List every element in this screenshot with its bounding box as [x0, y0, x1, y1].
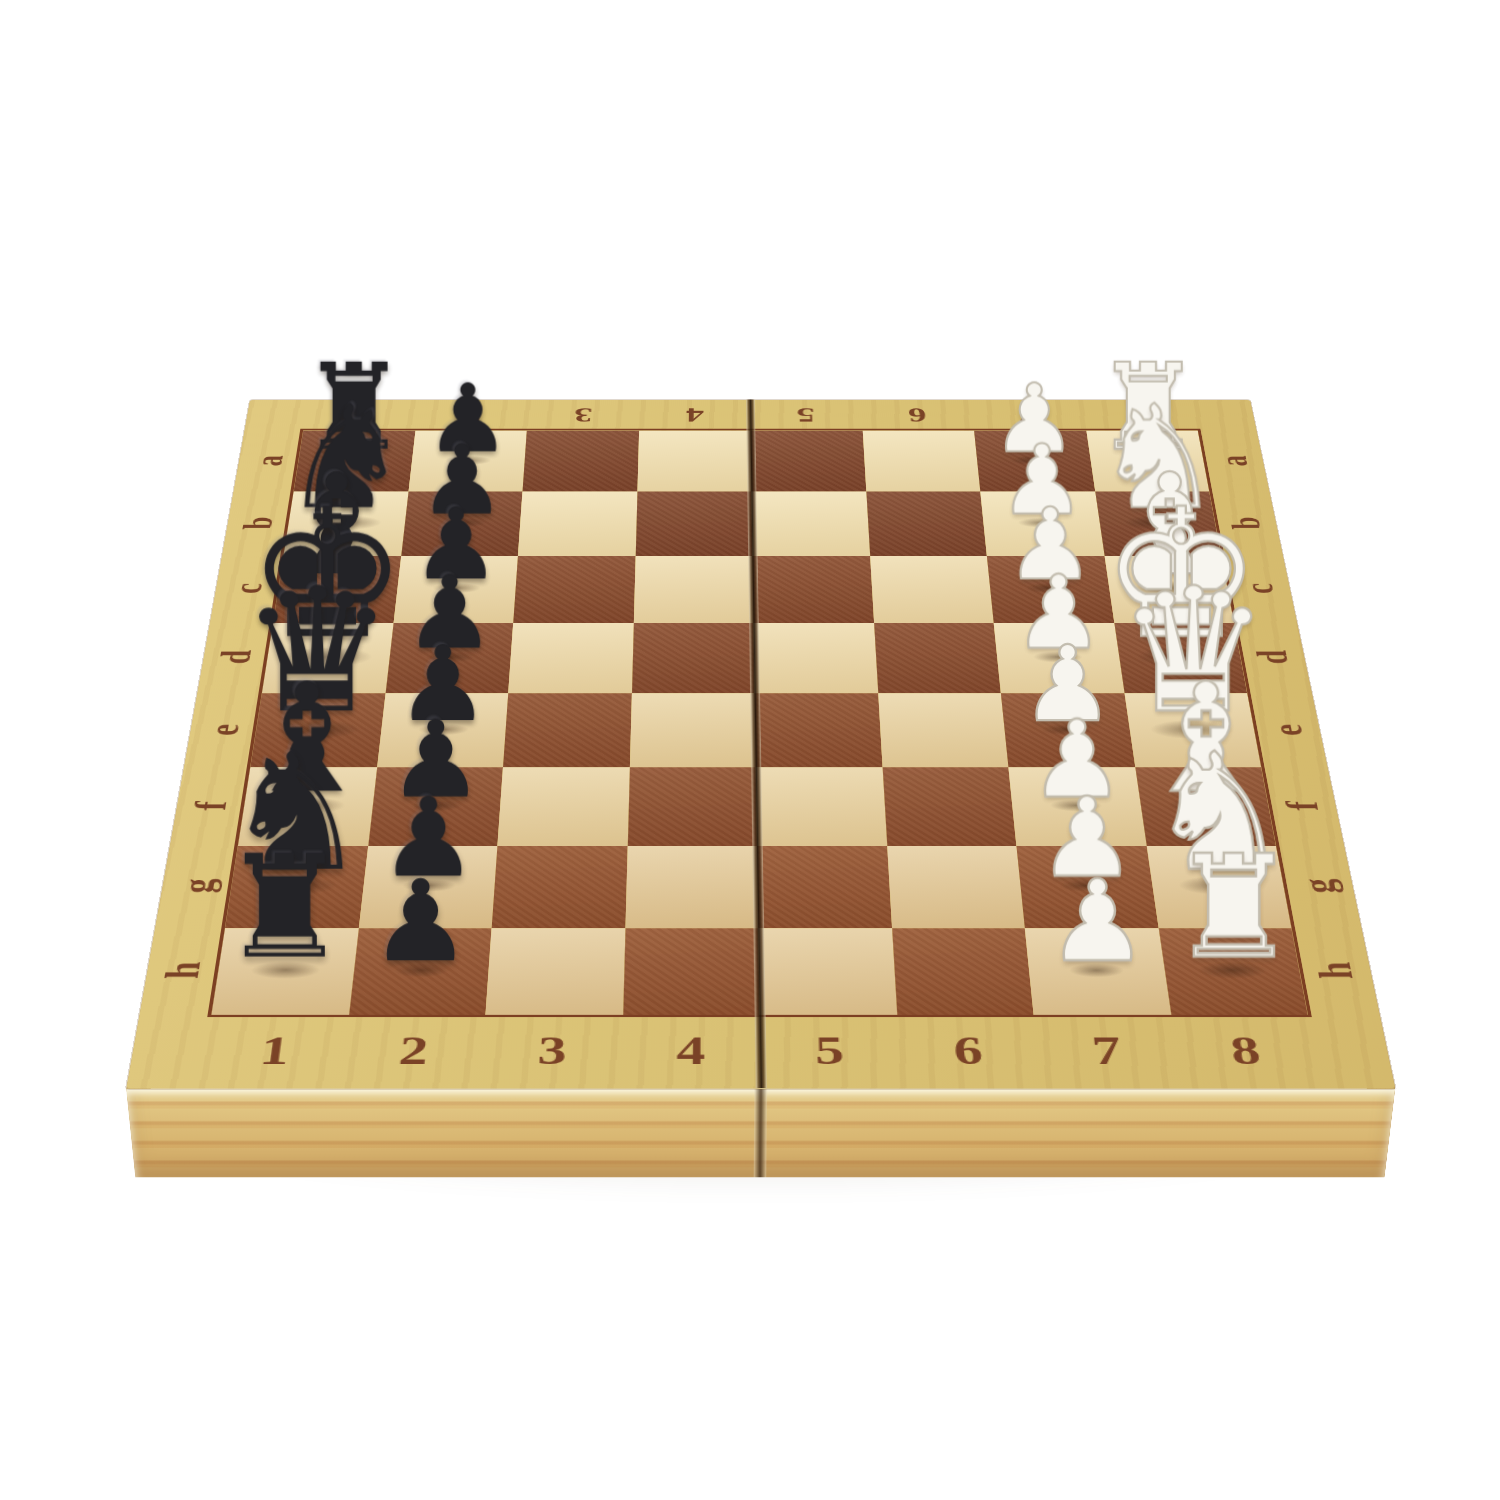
piece-anchor-h1: ♜	[211, 928, 358, 1015]
square-c5[interactable]	[752, 556, 873, 623]
label-rank-3-back: 3	[574, 405, 593, 425]
label-rank-2-front: 2	[397, 1032, 429, 1071]
square-g3[interactable]	[492, 846, 628, 928]
square-g5[interactable]	[757, 846, 892, 928]
square-d4[interactable]	[631, 623, 754, 694]
square-d6[interactable]	[874, 623, 1001, 694]
chess-board: aabbccddeeffgghh1122334455667788♜♞♝♚♛♝♞♜…	[126, 400, 1395, 1089]
square-h5[interactable]	[758, 928, 896, 1015]
square-b4[interactable]	[635, 492, 752, 556]
square-f4[interactable]	[627, 768, 757, 846]
square-h4[interactable]	[623, 928, 760, 1015]
square-f5[interactable]	[756, 768, 887, 846]
square-b3[interactable]	[518, 492, 637, 556]
square-e6[interactable]	[878, 693, 1009, 767]
square-e5[interactable]	[755, 693, 883, 767]
piece-white-rook-h8[interactable]: ♜	[1170, 837, 1298, 979]
label-rank-4-back: 4	[686, 405, 704, 425]
square-g6[interactable]	[887, 846, 1025, 928]
piece-black-rook-h1[interactable]: ♜	[221, 837, 349, 979]
square-a4[interactable]	[637, 431, 751, 492]
square-e4[interactable]	[629, 693, 755, 767]
square-c3[interactable]	[513, 556, 635, 623]
piece-anchor-h2: ♟	[348, 928, 491, 1015]
square-f6[interactable]	[882, 768, 1016, 846]
square-d5[interactable]	[753, 623, 877, 694]
label-rank-4-front: 4	[676, 1032, 705, 1071]
product-photo: aabbccddeeffgghh1122334455667788♜♞♝♚♛♝♞♜…	[0, 0, 1500, 1500]
label-file-h-left: h	[158, 962, 207, 979]
label-rank-8-front: 8	[1228, 1032, 1263, 1071]
fold-seam-front	[754, 1089, 767, 1178]
scene-perspective: aabbccddeeffgghh1122334455667788♜♞♝♚♛♝♞♜…	[250, 400, 1250, 1400]
box-front-face	[126, 1089, 1395, 1178]
square-f3[interactable]	[497, 768, 629, 846]
label-file-h-right: h	[1310, 962, 1360, 979]
label-rank-6-front: 6	[952, 1032, 984, 1071]
label-rank-5-front: 5	[814, 1032, 844, 1071]
square-h3[interactable]	[485, 928, 624, 1015]
square-b6[interactable]	[866, 492, 987, 556]
square-h6[interactable]	[892, 928, 1034, 1015]
label-file-g-left: g	[173, 879, 221, 894]
label-rank-7-front: 7	[1090, 1032, 1124, 1071]
square-a5[interactable]	[750, 431, 865, 492]
piece-anchor-h8: ♜	[1158, 928, 1308, 1015]
square-d3[interactable]	[508, 623, 633, 694]
piece-black-pawn-h2[interactable]: ♟	[370, 866, 471, 979]
piece-white-pawn-h7[interactable]: ♟	[1047, 866, 1148, 979]
square-a3[interactable]	[523, 431, 639, 492]
square-c6[interactable]	[870, 556, 994, 623]
label-rank-6-back: 6	[907, 405, 927, 425]
label-rank-3-front: 3	[537, 1032, 568, 1071]
square-a6[interactable]	[862, 431, 980, 492]
label-rank-5-back: 5	[796, 405, 815, 425]
square-e3[interactable]	[503, 693, 631, 767]
square-b5[interactable]	[751, 492, 869, 556]
label-rank-1-front: 1	[258, 1032, 292, 1071]
piece-anchor-h7: ♟	[1025, 928, 1171, 1015]
label-file-g-right: g	[1294, 879, 1342, 894]
square-g4[interactable]	[625, 846, 758, 928]
square-c4[interactable]	[633, 556, 753, 623]
